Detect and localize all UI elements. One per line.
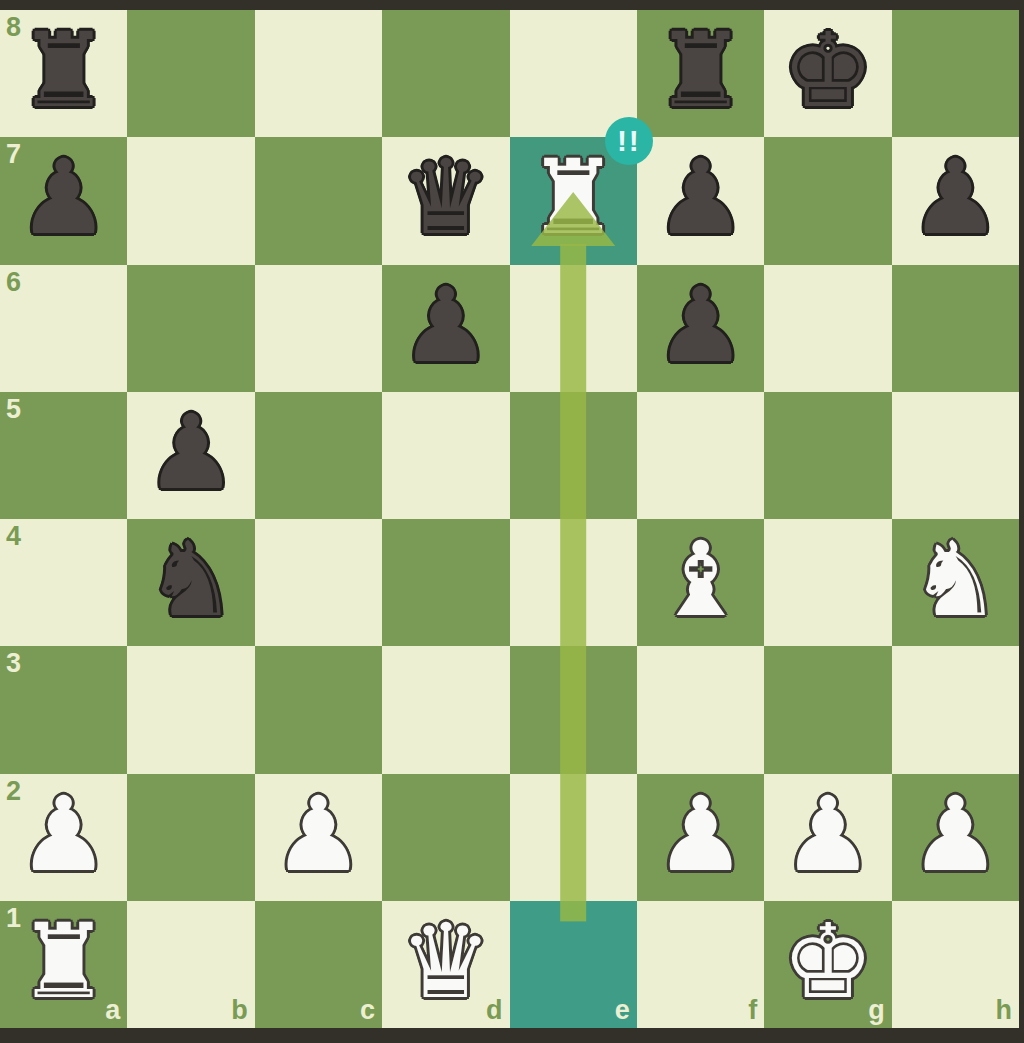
square-e8[interactable] xyxy=(510,10,637,137)
rank-label-3: 3 xyxy=(6,648,21,679)
square-f6[interactable]: ♟ xyxy=(637,265,764,392)
square-c7[interactable] xyxy=(255,137,382,264)
square-h7[interactable]: ♟ xyxy=(892,137,1019,264)
piece-white-rook-e7[interactable]: ♜ xyxy=(527,146,619,249)
square-b5[interactable]: ♟ xyxy=(127,392,254,519)
square-b4[interactable]: ♞ xyxy=(127,519,254,646)
piece-black-pawn-h7[interactable]: ♟ xyxy=(909,146,1001,249)
file-label-h: h xyxy=(996,995,1013,1026)
piece-black-queen-d7[interactable]: ♛ xyxy=(400,146,492,249)
square-e5[interactable] xyxy=(510,392,637,519)
square-d3[interactable] xyxy=(382,646,509,773)
piece-white-queen-d1[interactable]: ♛ xyxy=(400,910,492,1013)
piece-white-pawn-a2[interactable]: ♟ xyxy=(18,783,110,886)
square-d4[interactable] xyxy=(382,519,509,646)
piece-white-rook-a1[interactable]: ♜ xyxy=(18,910,110,1013)
piece-white-pawn-h2[interactable]: ♟ xyxy=(909,783,1001,886)
square-h5[interactable] xyxy=(892,392,1019,519)
piece-black-pawn-f6[interactable]: ♟ xyxy=(654,274,746,377)
piece-white-bishop-f4[interactable]: ♝ xyxy=(654,528,746,631)
square-b6[interactable] xyxy=(127,265,254,392)
square-g2[interactable]: ♟ xyxy=(764,774,891,901)
square-a7[interactable]: 7♟ xyxy=(0,137,127,264)
square-a3[interactable]: 3 xyxy=(0,646,127,773)
square-f2[interactable]: ♟ xyxy=(637,774,764,901)
piece-white-knight-h4[interactable]: ♞ xyxy=(909,528,1001,631)
square-a6[interactable]: 6 xyxy=(0,265,127,392)
square-g7[interactable] xyxy=(764,137,891,264)
file-label-b: b xyxy=(231,995,248,1026)
piece-black-rook-f8[interactable]: ♜ xyxy=(654,19,746,122)
file-label-c: c xyxy=(360,995,375,1026)
square-e3[interactable] xyxy=(510,646,637,773)
square-d2[interactable] xyxy=(382,774,509,901)
square-h3[interactable] xyxy=(892,646,1019,773)
square-g3[interactable] xyxy=(764,646,891,773)
frame-bottom-edge xyxy=(0,1028,1024,1043)
square-g1[interactable]: g♚ xyxy=(764,901,891,1028)
square-f5[interactable] xyxy=(637,392,764,519)
chess-board: 8♜♜♚7♟♛♜♟♟6♟♟5♟4♞♝♞32♟♟♟♟♟1a♜bcd♛efg♚h !… xyxy=(0,10,1019,1028)
piece-white-pawn-g2[interactable]: ♟ xyxy=(782,783,874,886)
square-a2[interactable]: 2♟ xyxy=(0,774,127,901)
file-label-e: e xyxy=(615,995,630,1026)
frame-top-edge xyxy=(0,0,1024,10)
square-h1[interactable]: h xyxy=(892,901,1019,1028)
square-e6[interactable] xyxy=(510,265,637,392)
square-h4[interactable]: ♞ xyxy=(892,519,1019,646)
square-c6[interactable] xyxy=(255,265,382,392)
square-f7[interactable]: ♟ xyxy=(637,137,764,264)
piece-black-pawn-a7[interactable]: ♟ xyxy=(18,146,110,249)
piece-white-pawn-c2[interactable]: ♟ xyxy=(272,783,364,886)
square-a5[interactable]: 5 xyxy=(0,392,127,519)
square-d1[interactable]: d♛ xyxy=(382,901,509,1028)
rank-label-4: 4 xyxy=(6,521,21,552)
square-d7[interactable]: ♛ xyxy=(382,137,509,264)
square-e4[interactable] xyxy=(510,519,637,646)
piece-black-pawn-f7[interactable]: ♟ xyxy=(654,146,746,249)
square-a8[interactable]: 8♜ xyxy=(0,10,127,137)
square-f4[interactable]: ♝ xyxy=(637,519,764,646)
piece-black-knight-b4[interactable]: ♞ xyxy=(145,528,237,631)
chess-app: { "game": "chess", "position": { "fen": … xyxy=(0,0,1024,1043)
square-d5[interactable] xyxy=(382,392,509,519)
square-g4[interactable] xyxy=(764,519,891,646)
square-e2[interactable] xyxy=(510,774,637,901)
piece-white-king-g1[interactable]: ♚ xyxy=(782,910,874,1013)
square-a1[interactable]: 1a♜ xyxy=(0,901,127,1028)
piece-black-rook-a8[interactable]: ♜ xyxy=(18,19,110,122)
piece-white-pawn-f2[interactable]: ♟ xyxy=(654,783,746,886)
square-g8[interactable]: ♚ xyxy=(764,10,891,137)
rank-label-5: 5 xyxy=(6,394,21,425)
square-b7[interactable] xyxy=(127,137,254,264)
brilliant-move-badge: !! xyxy=(605,117,653,165)
square-f8[interactable]: ♜ xyxy=(637,10,764,137)
square-c5[interactable] xyxy=(255,392,382,519)
square-f3[interactable] xyxy=(637,646,764,773)
file-label-f: f xyxy=(748,995,757,1026)
square-c4[interactable] xyxy=(255,519,382,646)
rank-label-6: 6 xyxy=(6,267,21,298)
square-c2[interactable]: ♟ xyxy=(255,774,382,901)
square-c1[interactable]: c xyxy=(255,901,382,1028)
square-d8[interactable] xyxy=(382,10,509,137)
piece-black-pawn-b5[interactable]: ♟ xyxy=(145,401,237,504)
square-g6[interactable] xyxy=(764,265,891,392)
square-c3[interactable] xyxy=(255,646,382,773)
square-h8[interactable] xyxy=(892,10,1019,137)
square-b1[interactable]: b xyxy=(127,901,254,1028)
square-a4[interactable]: 4 xyxy=(0,519,127,646)
square-h6[interactable] xyxy=(892,265,1019,392)
square-f1[interactable]: f xyxy=(637,901,764,1028)
square-g5[interactable] xyxy=(764,392,891,519)
piece-black-pawn-d6[interactable]: ♟ xyxy=(400,274,492,377)
square-e1[interactable]: e xyxy=(510,901,637,1028)
square-h2[interactable]: ♟ xyxy=(892,774,1019,901)
piece-black-king-g8[interactable]: ♚ xyxy=(782,19,874,122)
square-b8[interactable] xyxy=(127,10,254,137)
square-c8[interactable] xyxy=(255,10,382,137)
square-b3[interactable] xyxy=(127,646,254,773)
board-grid: 8♜♜♚7♟♛♜♟♟6♟♟5♟4♞♝♞32♟♟♟♟♟1a♜bcd♛efg♚h xyxy=(0,10,1019,1028)
square-b2[interactable] xyxy=(127,774,254,901)
square-d6[interactable]: ♟ xyxy=(382,265,509,392)
